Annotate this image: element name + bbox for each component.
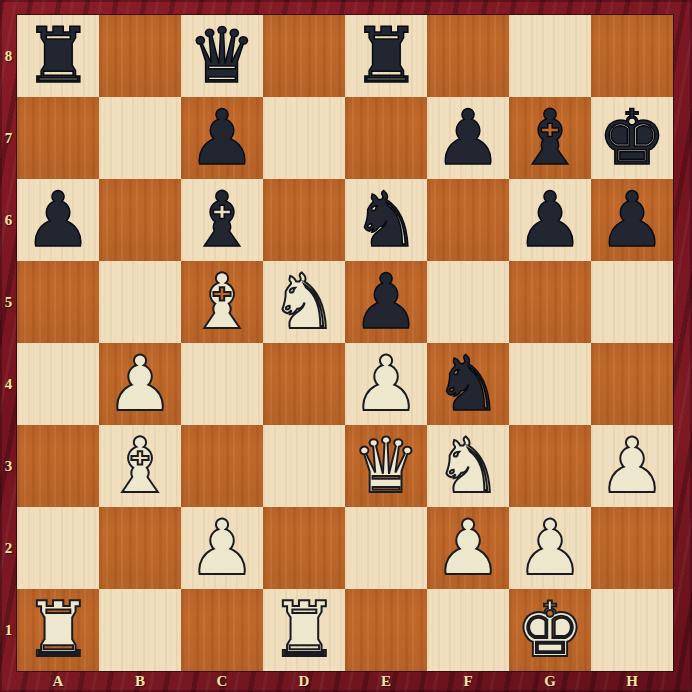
square-a5[interactable] [17, 261, 99, 343]
square-c7[interactable]: ♟ [181, 97, 263, 179]
white-rook-icon[interactable]: ♜ [270, 589, 338, 671]
square-a4[interactable] [17, 343, 99, 425]
rank-label-2: 2 [0, 507, 17, 589]
black-pawn-icon[interactable]: ♟ [24, 179, 92, 261]
rank-label-8: 8 [0, 15, 17, 97]
square-h8[interactable] [591, 15, 673, 97]
square-b2[interactable] [99, 507, 181, 589]
square-a7[interactable] [17, 97, 99, 179]
square-f6[interactable] [427, 179, 509, 261]
square-f7[interactable]: ♟ [427, 97, 509, 179]
square-d1[interactable]: ♜ [263, 589, 345, 671]
square-e3[interactable]: ♛ [345, 425, 427, 507]
square-d2[interactable] [263, 507, 345, 589]
white-bishop-icon[interactable]: ♝ [106, 425, 174, 507]
white-pawn-icon[interactable]: ♟ [188, 507, 256, 589]
black-pawn-icon[interactable]: ♟ [352, 261, 420, 343]
square-c5[interactable]: ♝ [181, 261, 263, 343]
chess-board: ♜♛♜♟♟♝♚♟♝♞♟♟♝♞♟♟♟♞♝♛♞♟♟♟♟♜♜♚ [17, 15, 673, 671]
square-h1[interactable] [591, 589, 673, 671]
square-g2[interactable]: ♟ [509, 507, 591, 589]
file-label-f: F [427, 671, 509, 692]
square-f4[interactable]: ♞ [427, 343, 509, 425]
rank-label-1: 1 [0, 589, 17, 671]
square-h5[interactable] [591, 261, 673, 343]
square-d5[interactable]: ♞ [263, 261, 345, 343]
square-h2[interactable] [591, 507, 673, 589]
square-f8[interactable] [427, 15, 509, 97]
white-king-icon[interactable]: ♚ [516, 589, 584, 671]
square-a1[interactable]: ♜ [17, 589, 99, 671]
square-h4[interactable] [591, 343, 673, 425]
square-e8[interactable]: ♜ [345, 15, 427, 97]
black-rook-icon[interactable]: ♜ [24, 15, 92, 97]
square-a2[interactable] [17, 507, 99, 589]
white-pawn-icon[interactable]: ♟ [598, 425, 666, 507]
black-knight-icon[interactable]: ♞ [434, 343, 502, 425]
square-h7[interactable]: ♚ [591, 97, 673, 179]
white-pawn-icon[interactable]: ♟ [434, 507, 502, 589]
square-g3[interactable] [509, 425, 591, 507]
square-e4[interactable]: ♟ [345, 343, 427, 425]
black-queen-icon[interactable]: ♛ [188, 15, 256, 97]
square-d7[interactable] [263, 97, 345, 179]
square-d6[interactable] [263, 179, 345, 261]
file-labels: A B C D E F G H [17, 671, 673, 692]
square-h6[interactable]: ♟ [591, 179, 673, 261]
black-pawn-icon[interactable]: ♟ [434, 97, 502, 179]
white-knight-icon[interactable]: ♞ [434, 425, 502, 507]
square-g5[interactable] [509, 261, 591, 343]
white-rook-icon[interactable]: ♜ [24, 589, 92, 671]
square-f3[interactable]: ♞ [427, 425, 509, 507]
square-d3[interactable] [263, 425, 345, 507]
black-bishop-icon[interactable]: ♝ [188, 179, 256, 261]
rank-labels: 8 7 6 5 4 3 2 1 [0, 15, 17, 671]
square-e7[interactable] [345, 97, 427, 179]
white-pawn-icon[interactable]: ♟ [516, 507, 584, 589]
white-pawn-icon[interactable]: ♟ [352, 343, 420, 425]
square-h3[interactable]: ♟ [591, 425, 673, 507]
file-label-e: E [345, 671, 427, 692]
rank-label-4: 4 [0, 343, 17, 425]
file-label-c: C [181, 671, 263, 692]
square-f2[interactable]: ♟ [427, 507, 509, 589]
white-queen-icon[interactable]: ♛ [352, 425, 420, 507]
square-c1[interactable] [181, 589, 263, 671]
square-c3[interactable] [181, 425, 263, 507]
square-a8[interactable]: ♜ [17, 15, 99, 97]
square-d8[interactable] [263, 15, 345, 97]
black-bishop-icon[interactable]: ♝ [516, 97, 584, 179]
file-label-g: G [509, 671, 591, 692]
square-f5[interactable] [427, 261, 509, 343]
square-g6[interactable]: ♟ [509, 179, 591, 261]
black-pawn-icon[interactable]: ♟ [188, 97, 256, 179]
file-label-b: B [99, 671, 181, 692]
square-b5[interactable] [99, 261, 181, 343]
square-e2[interactable] [345, 507, 427, 589]
square-b8[interactable] [99, 15, 181, 97]
rank-label-5: 5 [0, 261, 17, 343]
square-a3[interactable] [17, 425, 99, 507]
square-e6[interactable]: ♞ [345, 179, 427, 261]
square-g8[interactable] [509, 15, 591, 97]
white-bishop-icon[interactable]: ♝ [188, 261, 256, 343]
square-d4[interactable] [263, 343, 345, 425]
square-e5[interactable]: ♟ [345, 261, 427, 343]
file-label-d: D [263, 671, 345, 692]
square-b6[interactable] [99, 179, 181, 261]
square-g1[interactable]: ♚ [509, 589, 591, 671]
square-g7[interactable]: ♝ [509, 97, 591, 179]
black-rook-icon[interactable]: ♜ [352, 15, 420, 97]
square-e1[interactable] [345, 589, 427, 671]
board-frame: 8 7 6 5 4 3 2 1 ♜♛♜♟♟♝♚♟♝♞♟♟♝♞♟♟♟♞♝♛♞♟♟♟… [0, 0, 692, 692]
square-c2[interactable]: ♟ [181, 507, 263, 589]
square-b1[interactable] [99, 589, 181, 671]
square-c6[interactable]: ♝ [181, 179, 263, 261]
square-b4[interactable]: ♟ [99, 343, 181, 425]
square-f1[interactable] [427, 589, 509, 671]
square-c4[interactable] [181, 343, 263, 425]
square-b3[interactable]: ♝ [99, 425, 181, 507]
rank-label-6: 6 [0, 179, 17, 261]
rank-label-7: 7 [0, 97, 17, 179]
square-g4[interactable] [509, 343, 591, 425]
file-label-h: H [591, 671, 673, 692]
white-pawn-icon[interactable]: ♟ [106, 343, 174, 425]
square-b7[interactable] [99, 97, 181, 179]
black-pawn-icon[interactable]: ♟ [516, 179, 584, 261]
rank-label-3: 3 [0, 425, 17, 507]
square-a6[interactable]: ♟ [17, 179, 99, 261]
black-pawn-icon[interactable]: ♟ [598, 179, 666, 261]
file-label-a: A [17, 671, 99, 692]
black-knight-icon[interactable]: ♞ [352, 179, 420, 261]
white-knight-icon[interactable]: ♞ [270, 261, 338, 343]
black-king-icon[interactable]: ♚ [598, 97, 666, 179]
square-c8[interactable]: ♛ [181, 15, 263, 97]
